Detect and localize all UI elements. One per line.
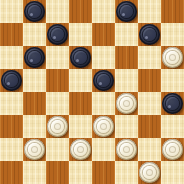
square-b2[interactable]	[23, 138, 46, 161]
black-man-inner-ring	[143, 28, 156, 41]
square-g7[interactable]	[138, 23, 161, 46]
square-d4[interactable]	[69, 92, 92, 115]
white-man-inner-ring	[120, 97, 133, 110]
square-c6	[46, 46, 69, 69]
square-g1[interactable]	[138, 161, 161, 184]
square-d3	[69, 115, 92, 138]
square-h2[interactable]	[161, 138, 184, 161]
black-man-b6[interactable]	[24, 47, 45, 68]
square-c7[interactable]	[46, 23, 69, 46]
black-man-h4[interactable]	[162, 93, 183, 114]
white-man-inner-ring	[143, 166, 156, 179]
square-g2	[138, 138, 161, 161]
black-man-d6[interactable]	[70, 47, 91, 68]
square-d1	[69, 161, 92, 184]
white-man-f2[interactable]	[116, 139, 137, 160]
white-man-d2[interactable]	[70, 139, 91, 160]
black-man-g7[interactable]	[139, 24, 160, 45]
square-f8[interactable]	[115, 0, 138, 23]
black-man-a5[interactable]	[1, 70, 22, 91]
black-man-inner-ring	[97, 74, 110, 87]
square-f2[interactable]	[115, 138, 138, 161]
square-c5[interactable]	[46, 69, 69, 92]
checkers-board	[0, 0, 184, 184]
black-man-b8[interactable]	[24, 1, 45, 22]
square-e5[interactable]	[92, 69, 115, 92]
square-b4[interactable]	[23, 92, 46, 115]
square-e3[interactable]	[92, 115, 115, 138]
black-man-c7[interactable]	[47, 24, 68, 45]
square-d5	[69, 69, 92, 92]
square-c3[interactable]	[46, 115, 69, 138]
black-man-e5[interactable]	[93, 70, 114, 91]
square-h6[interactable]	[161, 46, 184, 69]
square-g6	[138, 46, 161, 69]
square-a7[interactable]	[0, 23, 23, 46]
white-man-inner-ring	[166, 51, 179, 64]
square-h4[interactable]	[161, 92, 184, 115]
square-c2	[46, 138, 69, 161]
square-a8	[0, 0, 23, 23]
square-d7	[69, 23, 92, 46]
square-f5	[115, 69, 138, 92]
black-man-inner-ring	[166, 97, 179, 110]
black-man-inner-ring	[120, 5, 133, 18]
square-h5	[161, 69, 184, 92]
square-d8[interactable]	[69, 0, 92, 23]
square-a5[interactable]	[0, 69, 23, 92]
square-f3	[115, 115, 138, 138]
black-man-f8[interactable]	[116, 1, 137, 22]
square-a6	[0, 46, 23, 69]
white-man-inner-ring	[166, 143, 179, 156]
white-man-inner-ring	[28, 143, 41, 156]
black-man-inner-ring	[74, 51, 87, 64]
square-a2	[0, 138, 23, 161]
white-man-h6[interactable]	[162, 47, 183, 68]
white-man-inner-ring	[74, 143, 87, 156]
square-h8[interactable]	[161, 0, 184, 23]
square-e4	[92, 92, 115, 115]
square-b3	[23, 115, 46, 138]
square-h7	[161, 23, 184, 46]
square-b1	[23, 161, 46, 184]
square-g4	[138, 92, 161, 115]
square-f6[interactable]	[115, 46, 138, 69]
square-e8	[92, 0, 115, 23]
square-c1[interactable]	[46, 161, 69, 184]
square-f7	[115, 23, 138, 46]
square-e1[interactable]	[92, 161, 115, 184]
square-e2	[92, 138, 115, 161]
square-d2[interactable]	[69, 138, 92, 161]
white-man-h2[interactable]	[162, 139, 183, 160]
white-man-g1[interactable]	[139, 162, 160, 183]
white-man-inner-ring	[51, 120, 64, 133]
black-man-inner-ring	[28, 5, 41, 18]
square-g5[interactable]	[138, 69, 161, 92]
square-c4	[46, 92, 69, 115]
square-b8[interactable]	[23, 0, 46, 23]
square-e6	[92, 46, 115, 69]
white-man-inner-ring	[120, 143, 133, 156]
square-h3	[161, 115, 184, 138]
square-a4	[0, 92, 23, 115]
square-h1	[161, 161, 184, 184]
square-a1[interactable]	[0, 161, 23, 184]
white-man-c3[interactable]	[47, 116, 68, 137]
square-b5	[23, 69, 46, 92]
square-e7[interactable]	[92, 23, 115, 46]
square-c8	[46, 0, 69, 23]
black-man-inner-ring	[28, 51, 41, 64]
square-b7	[23, 23, 46, 46]
square-g8	[138, 0, 161, 23]
white-man-e3[interactable]	[93, 116, 114, 137]
black-man-inner-ring	[5, 74, 18, 87]
white-man-inner-ring	[97, 120, 110, 133]
black-man-inner-ring	[51, 28, 64, 41]
square-f4[interactable]	[115, 92, 138, 115]
white-man-b2[interactable]	[24, 139, 45, 160]
square-d6[interactable]	[69, 46, 92, 69]
square-a3[interactable]	[0, 115, 23, 138]
white-man-f4[interactable]	[116, 93, 137, 114]
square-b6[interactable]	[23, 46, 46, 69]
square-f1	[115, 161, 138, 184]
square-g3[interactable]	[138, 115, 161, 138]
